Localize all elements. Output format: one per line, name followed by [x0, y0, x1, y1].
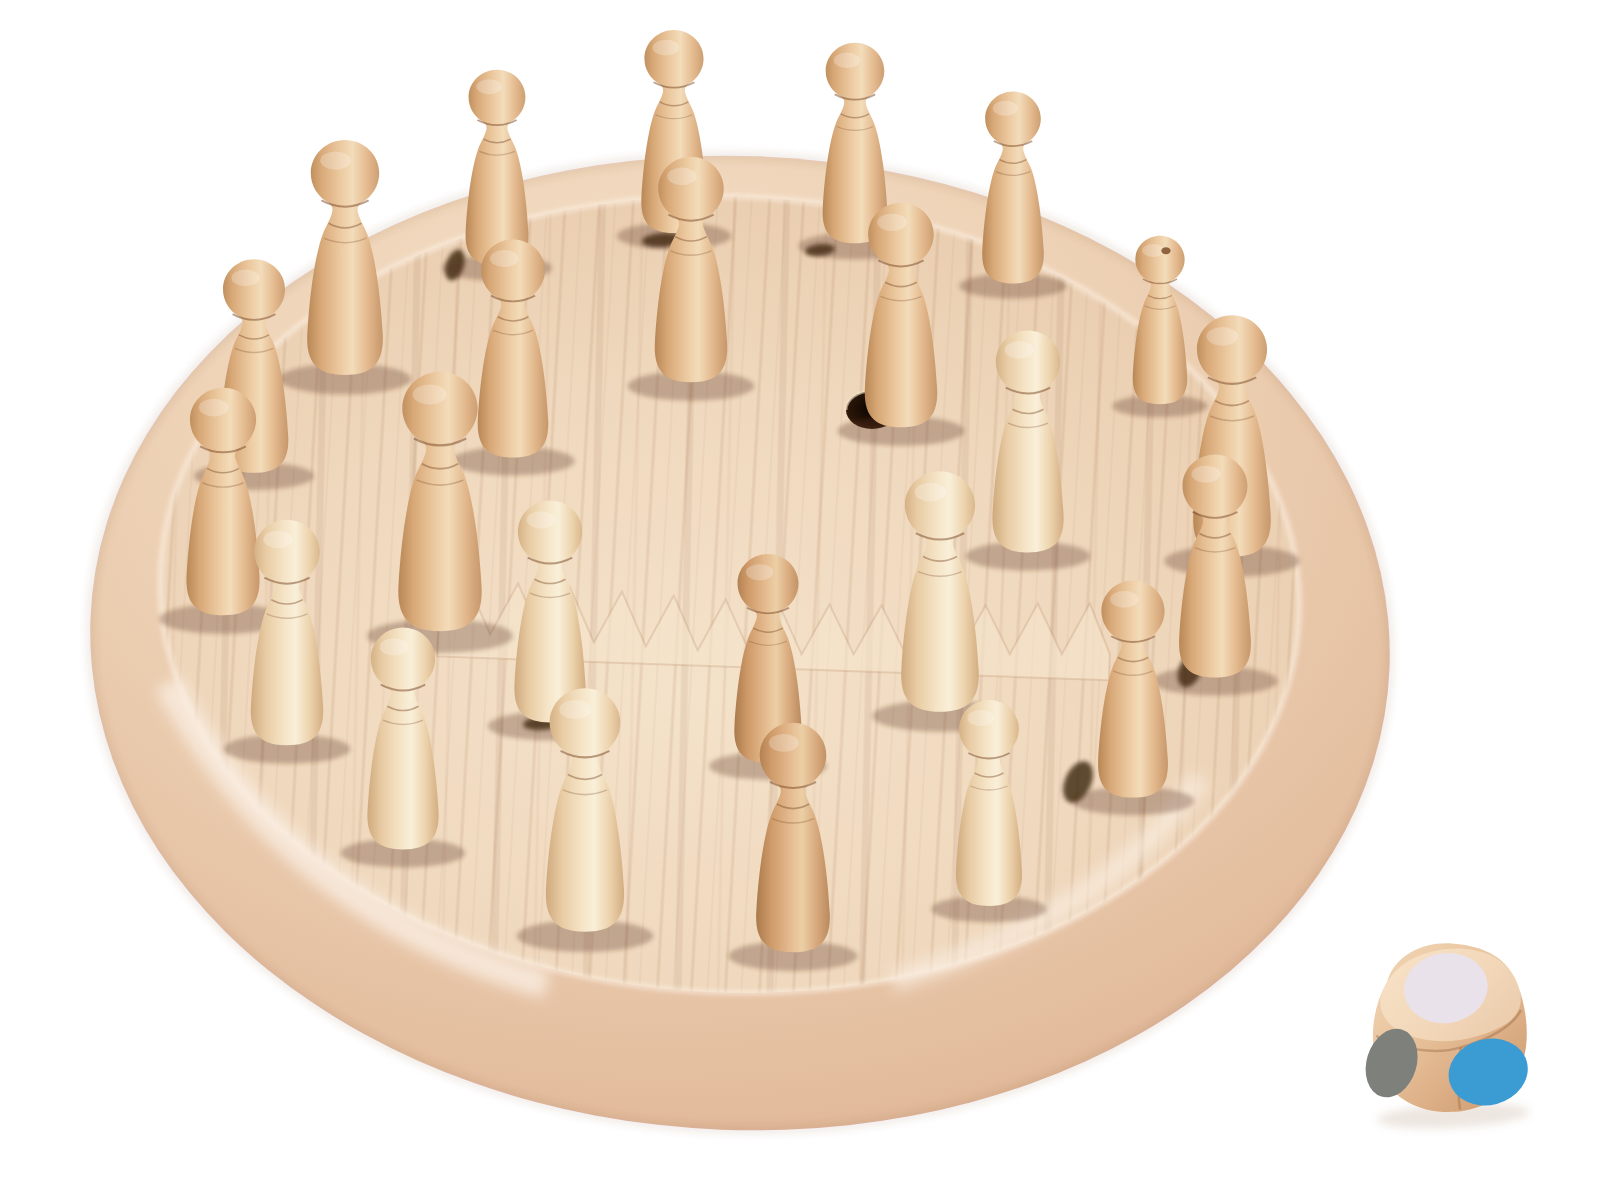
board-scene-svg	[0, 0, 1600, 1200]
pawn-top-dimple	[1161, 247, 1170, 254]
color-die[interactable]	[1350, 939, 1537, 1133]
memory-chess-photo	[0, 0, 1600, 1200]
